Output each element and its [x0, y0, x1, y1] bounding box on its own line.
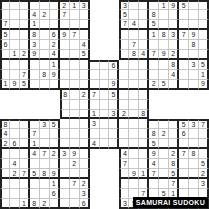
cell-r14c17[interactable]: 2	[159, 129, 169, 139]
cell-r16c17[interactable]	[159, 149, 169, 159]
cell-r19c5[interactable]	[40, 179, 50, 189]
cell-r9c4[interactable]	[30, 80, 40, 90]
cell-r4c21[interactable]	[199, 30, 209, 40]
cell-r8c11[interactable]	[100, 70, 110, 80]
cell-r2c6[interactable]	[50, 10, 60, 20]
cell-r9c19[interactable]	[179, 80, 189, 90]
cell-r16c4[interactable]: 4	[30, 149, 40, 159]
cell-r1c15[interactable]	[139, 0, 149, 10]
cell-r15c1[interactable]: 2	[0, 139, 10, 149]
cell-r14c2[interactable]	[10, 129, 20, 139]
cell-r1c21[interactable]	[199, 0, 209, 10]
cell-r12c13[interactable]: 2	[119, 110, 129, 120]
cell-r10c8[interactable]	[70, 90, 80, 100]
cell-r15c8[interactable]	[70, 139, 80, 149]
cell-r19c14[interactable]	[129, 179, 139, 189]
cell-r7c1[interactable]	[0, 60, 10, 70]
cell-r3c19[interactable]	[179, 20, 189, 30]
cell-r19c17[interactable]	[159, 179, 169, 189]
cell-r15c15[interactable]	[139, 139, 149, 149]
cell-r14c13[interactable]	[119, 129, 129, 139]
cell-r1c20[interactable]	[189, 0, 199, 10]
cell-r5c18[interactable]	[169, 40, 179, 50]
cell-r3c4[interactable]: 1	[30, 20, 40, 30]
cell-r2c1[interactable]	[0, 10, 10, 20]
cell-r13c16[interactable]	[149, 119, 159, 129]
cell-r20c8[interactable]	[70, 189, 80, 199]
cell-r6c7[interactable]	[60, 50, 70, 60]
cell-r6c2[interactable]: 1	[10, 50, 20, 60]
cell-r7c15[interactable]	[139, 60, 149, 70]
cell-r8c4[interactable]	[30, 70, 40, 80]
cell-r15c16[interactable]: 5	[149, 139, 159, 149]
cell-r5c5[interactable]	[40, 40, 50, 50]
cell-r16c7[interactable]: 3	[60, 149, 70, 159]
cell-r4c6[interactable]: 6	[50, 30, 60, 40]
cell-r21c3[interactable]: 1	[20, 199, 30, 209]
cell-r15c11[interactable]	[100, 139, 110, 149]
cell-r11c13[interactable]	[119, 100, 129, 110]
cell-r15c21[interactable]	[199, 139, 209, 149]
cell-r13c20[interactable]: 3	[189, 119, 199, 129]
cell-r15c20[interactable]	[189, 139, 199, 149]
cell-r3c8[interactable]	[70, 20, 80, 30]
cell-r7c8[interactable]	[70, 60, 80, 70]
cell-r8c13[interactable]	[119, 70, 129, 80]
cell-r3c6[interactable]	[50, 20, 60, 30]
cell-r13c12[interactable]	[109, 119, 119, 129]
cell-r13c13[interactable]	[119, 119, 129, 129]
cell-r15c13[interactable]	[119, 139, 129, 149]
cell-r9c21[interactable]: 9	[199, 80, 209, 90]
cell-r1c9[interactable]: 3	[80, 0, 90, 10]
cell-r14c19[interactable]: 6	[179, 129, 189, 139]
cell-r15c14[interactable]	[129, 139, 139, 149]
cell-r6c20[interactable]	[189, 50, 199, 60]
cell-r9c8[interactable]	[70, 80, 80, 90]
cell-r4c8[interactable]: 7	[70, 30, 80, 40]
cell-r19c15[interactable]	[139, 179, 149, 189]
cell-r2c20[interactable]	[189, 10, 199, 20]
cell-r1c1[interactable]	[0, 0, 10, 10]
cell-r5c16[interactable]	[149, 40, 159, 50]
cell-r16c15[interactable]	[139, 149, 149, 159]
cell-r3c5[interactable]	[40, 20, 50, 30]
cell-r5c20[interactable]: 8	[189, 40, 199, 50]
cell-r8c20[interactable]	[189, 70, 199, 80]
cell-r6c19[interactable]	[179, 50, 189, 60]
cell-r21c13[interactable]: 3	[119, 199, 129, 209]
cell-r19c7[interactable]	[60, 179, 70, 189]
cell-r1c2[interactable]	[10, 0, 20, 10]
cell-r6c13[interactable]	[119, 50, 129, 60]
cell-r1c13[interactable]: 3	[119, 0, 129, 10]
cell-r3c21[interactable]	[199, 20, 209, 30]
cell-r15c12[interactable]	[109, 139, 119, 149]
cell-r8c7[interactable]	[60, 70, 70, 80]
cell-r5c13[interactable]	[119, 40, 129, 50]
cell-r16c9[interactable]	[80, 149, 90, 159]
cell-r1c6[interactable]	[50, 0, 60, 10]
cell-r1c19[interactable]: 5	[179, 0, 189, 10]
cell-r13c5[interactable]: 3	[40, 119, 50, 129]
cell-r8c21[interactable]: 1	[199, 70, 209, 80]
cell-r5c15[interactable]	[139, 40, 149, 50]
cell-r18c8[interactable]	[70, 169, 80, 179]
cell-r2c8[interactable]	[70, 10, 80, 20]
cell-r9c1[interactable]: 1	[0, 80, 10, 90]
cell-r2c9[interactable]	[80, 10, 90, 20]
cell-r3c18[interactable]	[169, 20, 179, 30]
cell-r17c4[interactable]	[30, 159, 40, 169]
cell-r7c11[interactable]	[100, 60, 110, 70]
cell-r19c18[interactable]: 7	[169, 179, 179, 189]
cell-r9c20[interactable]	[189, 80, 199, 90]
cell-r5c3[interactable]	[20, 40, 30, 50]
cell-r5c1[interactable]: 6	[0, 40, 10, 50]
cell-r8c8[interactable]	[70, 70, 80, 80]
cell-r16c1[interactable]	[0, 149, 10, 159]
cell-r13c2[interactable]	[10, 119, 20, 129]
cell-r2c18[interactable]	[169, 10, 179, 20]
cell-r6c1[interactable]	[0, 50, 10, 60]
cell-r9c11[interactable]	[100, 80, 110, 90]
cell-r18c18[interactable]: 5	[169, 169, 179, 179]
cell-r17c16[interactable]: 4	[149, 159, 159, 169]
cell-r1c8[interactable]: 1	[70, 0, 80, 10]
cell-r18c1[interactable]	[0, 169, 10, 179]
cell-r3c15[interactable]	[139, 20, 149, 30]
cell-r5c7[interactable]	[60, 40, 70, 50]
cell-r7c5[interactable]	[40, 60, 50, 70]
cell-r19c8[interactable]: 7	[70, 179, 80, 189]
cell-r11c14[interactable]	[129, 100, 139, 110]
cell-r13c17[interactable]	[159, 119, 169, 129]
cell-r2c16[interactable]: 8	[149, 10, 159, 20]
cell-r15c3[interactable]	[20, 139, 30, 149]
cell-r14c18[interactable]	[169, 129, 179, 139]
cell-r20c1[interactable]	[0, 189, 10, 199]
cell-r14c11[interactable]	[100, 129, 110, 139]
cell-r12c7[interactable]	[60, 110, 70, 120]
cell-r16c20[interactable]: 8	[189, 149, 199, 159]
cell-r18c9[interactable]	[80, 169, 90, 179]
cell-r6c9[interactable]: 5	[80, 50, 90, 60]
cell-r9c5[interactable]	[40, 80, 50, 90]
cell-r19c3[interactable]	[20, 179, 30, 189]
cell-r16c5[interactable]: 7	[40, 149, 50, 159]
cell-r2c7[interactable]: 7	[60, 10, 70, 20]
cell-r2c3[interactable]	[20, 10, 30, 20]
cell-r14c9[interactable]	[80, 129, 90, 139]
cell-r9c12[interactable]: 9	[109, 80, 119, 90]
cell-r9c10[interactable]	[90, 80, 100, 90]
cell-r13c21[interactable]: 7	[199, 119, 209, 129]
cell-r12c8[interactable]	[70, 110, 80, 120]
cell-r2c19[interactable]	[179, 10, 189, 20]
cell-r21c4[interactable]: 8	[30, 199, 40, 209]
cell-r11c9[interactable]	[80, 100, 90, 110]
cell-r10c14[interactable]	[129, 90, 139, 100]
cell-r10c11[interactable]	[100, 90, 110, 100]
cell-r14c12[interactable]	[109, 129, 119, 139]
cell-r3c9[interactable]	[80, 20, 90, 30]
cell-r4c9[interactable]	[80, 30, 90, 40]
cell-r1c4[interactable]	[30, 0, 40, 10]
cell-r17c15[interactable]	[139, 159, 149, 169]
cell-r9c13[interactable]	[119, 80, 129, 90]
cell-r10c9[interactable]: 2	[80, 90, 90, 100]
cell-r3c16[interactable]: 5	[149, 20, 159, 30]
cell-r15c10[interactable]: 4	[90, 139, 100, 149]
cell-r18c5[interactable]: 8	[40, 169, 50, 179]
cell-r8c6[interactable]: 9	[50, 70, 60, 80]
cell-r5c19[interactable]	[179, 40, 189, 50]
cell-r12c12[interactable]: 3	[109, 110, 119, 120]
cell-r12c15[interactable]: 8	[139, 110, 149, 120]
cell-r13c19[interactable]: 5	[179, 119, 189, 129]
cell-r10c12[interactable]: 5	[109, 90, 119, 100]
cell-r19c6[interactable]: 1	[50, 179, 60, 189]
cell-r15c5[interactable]	[40, 139, 50, 149]
cell-r16c21[interactable]	[199, 149, 209, 159]
cell-r17c5[interactable]	[40, 159, 50, 169]
cell-r17c20[interactable]	[189, 159, 199, 169]
cell-r4c16[interactable]: 1	[149, 30, 159, 40]
cell-r4c20[interactable]: 9	[189, 30, 199, 40]
cell-r5c14[interactable]: 7	[129, 40, 139, 50]
cell-r8c18[interactable]: 4	[169, 70, 179, 80]
cell-r7c18[interactable]: 8	[169, 60, 179, 70]
cell-r7c12[interactable]: 6	[109, 60, 119, 70]
cell-r16c6[interactable]: 2	[50, 149, 60, 159]
cell-r6c21[interactable]	[199, 50, 209, 60]
cell-r15c4[interactable]: 1	[30, 139, 40, 149]
cell-r1c5[interactable]	[40, 0, 50, 10]
cell-r16c8[interactable]: 9	[70, 149, 80, 159]
cell-r12c9[interactable]	[80, 110, 90, 120]
cell-r19c2[interactable]	[10, 179, 20, 189]
cell-r15c9[interactable]	[80, 139, 90, 149]
cell-r1c14[interactable]	[129, 0, 139, 10]
cell-r6c4[interactable]: 9	[30, 50, 40, 60]
cell-r20c9[interactable]: 3	[80, 189, 90, 199]
cell-r7c16[interactable]	[149, 60, 159, 70]
cell-r14c16[interactable]: 8	[149, 129, 159, 139]
cell-r1c16[interactable]	[149, 0, 159, 10]
cell-r9c15[interactable]	[139, 80, 149, 90]
cell-r4c4[interactable]: 8	[30, 30, 40, 40]
cell-r2c13[interactable]: 5	[119, 10, 129, 20]
cell-r4c5[interactable]	[40, 30, 50, 40]
cell-r13c6[interactable]: 5	[50, 119, 60, 129]
cell-r7c3[interactable]	[20, 60, 30, 70]
cell-r19c19[interactable]	[179, 179, 189, 189]
cell-r18c2[interactable]: 2	[10, 169, 20, 179]
cell-r14c21[interactable]	[199, 129, 209, 139]
cell-r4c13[interactable]	[119, 30, 129, 40]
cell-r4c18[interactable]: 3	[169, 30, 179, 40]
cell-r19c13[interactable]	[119, 179, 129, 189]
cell-r19c21[interactable]: 3	[199, 179, 209, 189]
cell-r8c14[interactable]	[129, 70, 139, 80]
cell-r16c3[interactable]	[20, 149, 30, 159]
cell-r8c2[interactable]	[10, 70, 20, 80]
cell-r14c20[interactable]	[189, 129, 199, 139]
cell-r13c8[interactable]	[70, 119, 80, 129]
cell-r7c9[interactable]	[80, 60, 90, 70]
cell-r4c15[interactable]	[139, 30, 149, 40]
cell-r16c18[interactable]: 2	[169, 149, 179, 159]
cell-r2c4[interactable]: 4	[30, 10, 40, 20]
cell-r21c2[interactable]	[10, 199, 20, 209]
cell-r18c4[interactable]: 5	[30, 169, 40, 179]
cell-r6c8[interactable]	[70, 50, 80, 60]
cell-r12c11[interactable]	[100, 110, 110, 120]
cell-r14c3[interactable]	[20, 129, 30, 139]
cell-r8c10[interactable]	[90, 70, 100, 80]
cell-r16c2[interactable]	[10, 149, 20, 159]
cell-r2c5[interactable]: 2	[40, 10, 50, 20]
cell-r10c15[interactable]	[139, 90, 149, 100]
cell-r2c21[interactable]	[199, 10, 209, 20]
cell-r15c19[interactable]	[179, 139, 189, 149]
cell-r7c2[interactable]	[10, 60, 20, 70]
cell-r4c14[interactable]	[129, 30, 139, 40]
cell-r7c17[interactable]	[159, 60, 169, 70]
cell-r13c11[interactable]	[100, 119, 110, 129]
cell-r17c1[interactable]	[0, 159, 10, 169]
cell-r5c4[interactable]: 3	[30, 40, 40, 50]
cell-r9c14[interactable]	[129, 80, 139, 90]
cell-r15c7[interactable]	[60, 139, 70, 149]
cell-r18c19[interactable]	[179, 169, 189, 179]
cell-r12c10[interactable]: 1	[90, 110, 100, 120]
cell-r13c14[interactable]	[129, 119, 139, 129]
cell-r7c21[interactable]: 5	[199, 60, 209, 70]
cell-r11c15[interactable]	[139, 100, 149, 110]
cell-r14c10[interactable]	[90, 129, 100, 139]
cell-r4c17[interactable]: 8	[159, 30, 169, 40]
cell-r15c17[interactable]	[159, 139, 169, 149]
cell-r9c16[interactable]: 2	[149, 80, 159, 90]
cell-r8c1[interactable]	[0, 70, 10, 80]
cell-r11c12[interactable]	[109, 100, 119, 110]
cell-r14c15[interactable]	[139, 129, 149, 139]
cell-r13c3[interactable]	[20, 119, 30, 129]
cell-r9c2[interactable]: 9	[10, 80, 20, 90]
cell-r14c1[interactable]: 4	[0, 129, 10, 139]
cell-r3c17[interactable]	[159, 20, 169, 30]
cell-r9c6[interactable]	[50, 80, 60, 90]
cell-r19c4[interactable]	[30, 179, 40, 189]
cell-r18c17[interactable]	[159, 169, 169, 179]
cell-r5c8[interactable]	[70, 40, 80, 50]
cell-r3c7[interactable]	[60, 20, 70, 30]
cell-r9c17[interactable]: 5	[159, 80, 169, 90]
cell-r17c17[interactable]	[159, 159, 169, 169]
cell-r7c20[interactable]: 3	[189, 60, 199, 70]
cell-r12c14[interactable]	[129, 110, 139, 120]
cell-r21c8[interactable]	[70, 199, 80, 209]
cell-r2c15[interactable]	[139, 10, 149, 20]
cell-r19c1[interactable]	[0, 179, 10, 189]
cell-r3c14[interactable]: 4	[129, 20, 139, 30]
cell-r7c10[interactable]	[90, 60, 100, 70]
cell-r19c20[interactable]	[189, 179, 199, 189]
cell-r17c8[interactable]: 2	[70, 159, 80, 169]
cell-r20c2[interactable]	[10, 189, 20, 199]
cell-r18c21[interactable]: 2	[199, 169, 209, 179]
cell-r1c3[interactable]	[20, 0, 30, 10]
cell-r13c18[interactable]	[169, 119, 179, 129]
cell-r18c15[interactable]: 1	[139, 169, 149, 179]
cell-r7c19[interactable]	[179, 60, 189, 70]
cell-r15c18[interactable]	[169, 139, 179, 149]
cell-r7c4[interactable]	[30, 60, 40, 70]
cell-r20c3[interactable]	[20, 189, 30, 199]
cell-r1c17[interactable]: 1	[159, 0, 169, 10]
cell-r3c3[interactable]	[20, 20, 30, 30]
cell-r13c1[interactable]: 8	[0, 119, 10, 129]
cell-r10c10[interactable]: 7	[90, 90, 100, 100]
cell-r14c5[interactable]	[40, 129, 50, 139]
cell-r21c6[interactable]	[50, 199, 60, 209]
cell-r18c7[interactable]	[60, 169, 70, 179]
cell-r17c7[interactable]	[60, 159, 70, 169]
cell-r8c16[interactable]	[149, 70, 159, 80]
cell-r3c1[interactable]: 7	[0, 20, 10, 30]
cell-r8c5[interactable]: 8	[40, 70, 50, 80]
cell-r17c18[interactable]: 8	[169, 159, 179, 169]
cell-r10c7[interactable]: 8	[60, 90, 70, 100]
cell-r13c4[interactable]	[30, 119, 40, 129]
cell-r17c19[interactable]	[179, 159, 189, 169]
cell-r5c17[interactable]	[159, 40, 169, 50]
cell-r18c14[interactable]: 9	[129, 169, 139, 179]
cell-r8c12[interactable]	[109, 70, 119, 80]
cell-r6c16[interactable]: 7	[149, 50, 159, 60]
cell-r9c7[interactable]	[60, 80, 70, 90]
cell-r19c9[interactable]: 2	[80, 179, 90, 189]
cell-r8c15[interactable]	[139, 70, 149, 80]
cell-r18c20[interactable]	[189, 169, 199, 179]
cell-r17c6[interactable]	[50, 159, 60, 169]
cell-r20c13[interactable]	[119, 189, 129, 199]
cell-r7c14[interactable]	[129, 60, 139, 70]
cell-r15c2[interactable]: 6	[10, 139, 20, 149]
cell-r4c7[interactable]: 9	[60, 30, 70, 40]
cell-r17c2[interactable]: 4	[10, 159, 20, 169]
cell-r8c3[interactable]: 7	[20, 70, 30, 80]
cell-r18c6[interactable]: 9	[50, 169, 60, 179]
cell-r11c7[interactable]	[60, 100, 70, 110]
cell-r21c5[interactable]: 2	[40, 199, 50, 209]
cell-r6c6[interactable]: 4	[50, 50, 60, 60]
cell-r9c9[interactable]	[80, 80, 90, 90]
cell-r5c9[interactable]: 4	[80, 40, 90, 50]
cell-r13c15[interactable]	[139, 119, 149, 129]
cell-r14c8[interactable]	[70, 129, 80, 139]
cell-r17c14[interactable]	[129, 159, 139, 169]
cell-r16c16[interactable]: 9	[149, 149, 159, 159]
cell-r17c3[interactable]	[20, 159, 30, 169]
cell-r3c2[interactable]	[10, 20, 20, 30]
cell-r7c6[interactable]: 1	[50, 60, 60, 70]
cell-r17c21[interactable]: 5	[199, 159, 209, 169]
cell-r8c9[interactable]	[80, 70, 90, 80]
cell-r14c7[interactable]	[60, 129, 70, 139]
